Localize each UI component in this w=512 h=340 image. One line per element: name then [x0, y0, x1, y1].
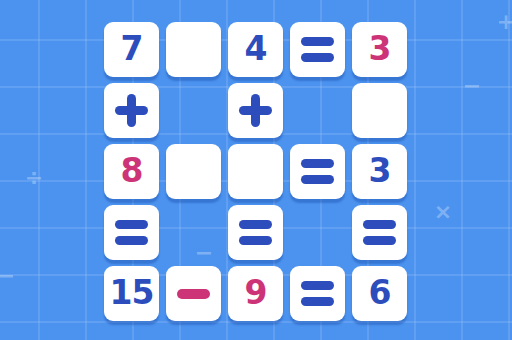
operator-tile-r4c3 [228, 205, 283, 260]
operator-tile-r5c2[interactable] [166, 266, 221, 321]
operator-tile-r1c4 [290, 22, 345, 77]
equals-icon [363, 220, 396, 245]
empty-slot-tile-r3c3[interactable] [228, 144, 283, 199]
op-bar [301, 159, 334, 168]
game-stage: ÷−−+−× 743831596 [0, 0, 512, 340]
op-bar [301, 53, 334, 62]
plus-icon [239, 94, 272, 127]
number-tile-r5c3[interactable]: 9 [228, 266, 283, 321]
bg-math-symbol-1: − [0, 265, 15, 287]
op-bar [115, 236, 148, 245]
number-glyph: 15 [110, 276, 154, 311]
operator-tile-r4c5 [352, 205, 407, 260]
board-gap-r2c2 [166, 83, 221, 138]
op-bar [251, 94, 260, 127]
bg-math-symbol-3: + [497, 11, 512, 33]
equals-icon [301, 37, 334, 62]
operator-tile-r2c3 [228, 83, 283, 138]
equals-icon [115, 220, 148, 245]
op-bar [239, 220, 272, 229]
number-glyph: 6 [369, 276, 391, 311]
number-tile-r1c5[interactable]: 3 [352, 22, 407, 77]
equals-icon [301, 159, 334, 184]
number-glyph: 4 [245, 32, 267, 67]
op-bar [301, 37, 334, 46]
plus-icon [115, 94, 148, 127]
number-tile-r3c5: 3 [352, 144, 407, 199]
board-gap-r4c2 [166, 205, 221, 260]
number-glyph: 3 [369, 32, 391, 67]
op-bar [115, 220, 148, 229]
number-tile-r3c1[interactable]: 8 [104, 144, 159, 199]
op-bar [301, 175, 334, 184]
equals-icon [239, 220, 272, 245]
math-puzzle-board: 743831596 [104, 22, 407, 321]
operator-tile-r3c4 [290, 144, 345, 199]
number-tile-r1c1: 7 [104, 22, 159, 77]
bg-math-symbol-5: × [434, 201, 452, 223]
board-gap-r2c4 [290, 83, 345, 138]
op-bar [363, 220, 396, 229]
number-tile-r5c1: 15 [104, 266, 159, 321]
op-bar [301, 281, 334, 290]
op-bar [363, 236, 396, 245]
op-bar [177, 289, 210, 299]
empty-slot-tile-r2c5[interactable] [352, 83, 407, 138]
op-bar [127, 94, 136, 127]
number-tile-r5c5: 6 [352, 266, 407, 321]
op-bar [301, 297, 334, 306]
number-glyph: 9 [245, 276, 267, 311]
operator-tile-r5c4 [290, 266, 345, 321]
empty-slot-tile-r1c2[interactable] [166, 22, 221, 77]
op-bar [239, 236, 272, 245]
board-gap-r4c4 [290, 205, 345, 260]
operator-tile-r4c1 [104, 205, 159, 260]
operator-tile-r2c1 [104, 83, 159, 138]
number-glyph: 7 [121, 32, 143, 67]
equals-icon [301, 281, 334, 306]
empty-slot-tile-r3c2[interactable] [166, 144, 221, 199]
bg-math-symbol-0: ÷ [25, 167, 43, 189]
number-glyph: 8 [121, 154, 143, 189]
bg-math-symbol-4: − [463, 75, 481, 97]
number-tile-r1c3: 4 [228, 22, 283, 77]
number-glyph: 3 [369, 154, 391, 189]
minus-icon [177, 289, 210, 299]
